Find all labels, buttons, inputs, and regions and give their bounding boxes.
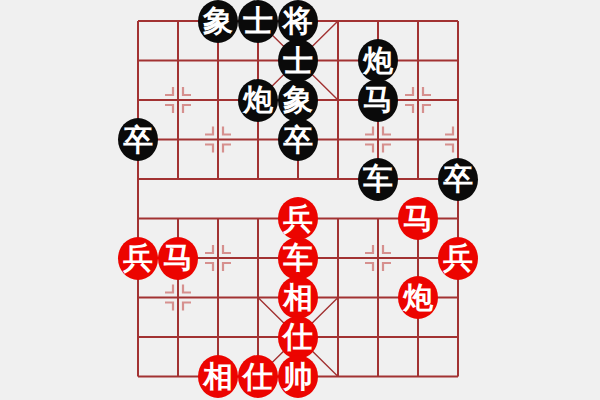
- piece-disc: 帅: [278, 355, 318, 398]
- piece-disc: 卒: [438, 158, 478, 201]
- piece-red-general[interactable]: 帅: [278, 357, 318, 397]
- piece-disc: 相: [278, 276, 318, 319]
- piece-disc: 炮: [358, 39, 398, 82]
- piece-red-elephant[interactable]: 相: [278, 278, 318, 318]
- piece-red-horse[interactable]: 马: [398, 199, 438, 239]
- pieces-layer: 象 士 将 士 炮 炮 象 马 卒 卒 车 卒 兵 马 兵 马 车 兵 相 炮 …: [118, 1, 478, 396]
- piece-disc: 车: [278, 237, 318, 280]
- piece-black-elephant[interactable]: 象: [198, 1, 238, 41]
- piece-disc: 仕: [278, 316, 318, 359]
- piece-disc: 士: [238, 0, 278, 43]
- piece-disc: 马: [358, 79, 398, 122]
- piece-red-soldier[interactable]: 兵: [278, 199, 318, 239]
- piece-disc: 兵: [118, 237, 158, 280]
- piece-disc: 炮: [238, 79, 278, 122]
- piece-black-general[interactable]: 将: [278, 1, 318, 41]
- piece-disc: 马: [158, 237, 198, 280]
- piece-red-advisor[interactable]: 仕: [278, 317, 318, 357]
- piece-red-soldier[interactable]: 兵: [438, 238, 478, 278]
- piece-disc: 仕: [238, 355, 278, 398]
- piece-disc: 卒: [278, 118, 318, 161]
- piece-disc: 兵: [438, 237, 478, 280]
- piece-disc: 马: [398, 197, 438, 240]
- piece-disc: 炮: [398, 276, 438, 319]
- piece-black-soldier[interactable]: 卒: [438, 159, 478, 199]
- piece-black-cannon[interactable]: 炮: [358, 41, 398, 81]
- piece-red-horse[interactable]: 马: [158, 238, 198, 278]
- piece-black-horse[interactable]: 马: [358, 80, 398, 120]
- piece-black-soldier[interactable]: 卒: [278, 120, 318, 160]
- piece-disc: 相: [198, 355, 238, 398]
- piece-disc: 将: [278, 0, 318, 43]
- piece-disc: 象: [198, 0, 238, 43]
- piece-disc: 车: [358, 158, 398, 201]
- piece-black-elephant[interactable]: 象: [278, 80, 318, 120]
- piece-disc: 士: [278, 39, 318, 82]
- xiangqi-screenshot: 象 士 将 士 炮 炮 象 马 卒 卒 车 卒 兵 马 兵 马 车 兵 相 炮 …: [0, 0, 600, 400]
- piece-black-advisor[interactable]: 士: [278, 41, 318, 81]
- piece-red-advisor[interactable]: 仕: [238, 357, 278, 397]
- piece-black-advisor[interactable]: 士: [238, 1, 278, 41]
- piece-red-soldier[interactable]: 兵: [118, 238, 158, 278]
- piece-black-soldier[interactable]: 卒: [118, 120, 158, 160]
- piece-red-chariot[interactable]: 车: [278, 238, 318, 278]
- piece-black-chariot[interactable]: 车: [358, 159, 398, 199]
- piece-disc: 兵: [278, 197, 318, 240]
- xiangqi-board[interactable]: 象 士 将 士 炮 炮 象 马 卒 卒 车 卒 兵 马 兵 马 车 兵 相 炮 …: [138, 21, 458, 377]
- piece-red-elephant[interactable]: 相: [198, 357, 238, 397]
- piece-disc: 卒: [118, 118, 158, 161]
- piece-red-cannon[interactable]: 炮: [398, 278, 438, 318]
- piece-black-cannon[interactable]: 炮: [238, 80, 278, 120]
- piece-disc: 象: [278, 79, 318, 122]
